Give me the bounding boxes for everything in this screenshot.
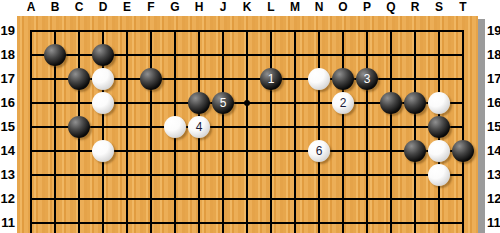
column-label-E: E bbox=[115, 0, 139, 16]
move-number-5: 5 bbox=[212, 92, 234, 114]
white-stone-S16 bbox=[428, 92, 450, 114]
row-label-left-14: 14 bbox=[0, 139, 15, 163]
black-stone-C17 bbox=[68, 68, 90, 90]
white-stone-S13 bbox=[428, 164, 450, 186]
point-R12[interactable] bbox=[403, 187, 427, 211]
point-G13[interactable] bbox=[163, 163, 187, 187]
point-C16[interactable] bbox=[67, 91, 91, 115]
row-label-left-12: 12 bbox=[0, 187, 15, 211]
column-label-S: S bbox=[427, 0, 451, 16]
column-labels: ABCDEFGHJKLMNOPQRST bbox=[19, 0, 475, 16]
black-stone-J16: 5 bbox=[212, 92, 234, 114]
black-stone-H16 bbox=[188, 92, 210, 114]
point-D12[interactable] bbox=[91, 187, 115, 211]
column-label-N: N bbox=[307, 0, 331, 16]
column-label-K: K bbox=[235, 0, 259, 16]
point-N19[interactable] bbox=[307, 19, 331, 43]
white-stone-S14 bbox=[428, 140, 450, 162]
point-Q12[interactable] bbox=[379, 187, 403, 211]
point-P12[interactable] bbox=[355, 187, 379, 211]
point-B15[interactable] bbox=[43, 115, 67, 139]
point-P17[interactable]: 3 bbox=[355, 67, 379, 91]
point-O18[interactable] bbox=[331, 43, 355, 67]
black-stone-R14 bbox=[404, 140, 426, 162]
point-G19[interactable] bbox=[163, 19, 187, 43]
point-C11[interactable] bbox=[67, 211, 91, 233]
point-N18[interactable] bbox=[307, 43, 331, 67]
point-T14[interactable] bbox=[451, 139, 475, 163]
point-E18[interactable] bbox=[115, 43, 139, 67]
point-R14[interactable] bbox=[403, 139, 427, 163]
point-C13[interactable] bbox=[67, 163, 91, 187]
point-P19[interactable] bbox=[355, 19, 379, 43]
point-C19[interactable] bbox=[67, 19, 91, 43]
point-O13[interactable] bbox=[331, 163, 355, 187]
point-Q15[interactable] bbox=[379, 115, 403, 139]
point-L17[interactable]: 1 bbox=[259, 67, 283, 91]
row-label-right-19: 19 bbox=[487, 19, 500, 43]
point-H17[interactable] bbox=[187, 67, 211, 91]
point-E13[interactable] bbox=[115, 163, 139, 187]
point-K18[interactable] bbox=[235, 43, 259, 67]
white-stone-H15: 4 bbox=[188, 116, 210, 138]
row-label-right-17: 17 bbox=[487, 67, 500, 91]
point-N14[interactable]: 6 bbox=[307, 139, 331, 163]
white-stone-N14: 6 bbox=[308, 140, 330, 162]
point-O17[interactable] bbox=[331, 67, 355, 91]
row-label-right-11: 11 bbox=[487, 211, 500, 233]
row-labels-left: 191817161514131211 bbox=[0, 19, 15, 233]
point-O12[interactable] bbox=[331, 187, 355, 211]
column-label-F: F bbox=[139, 0, 163, 16]
point-B11[interactable] bbox=[43, 211, 67, 233]
point-P15[interactable] bbox=[355, 115, 379, 139]
point-M11[interactable] bbox=[283, 211, 307, 233]
point-J11[interactable] bbox=[211, 211, 235, 233]
point-K16[interactable] bbox=[235, 91, 259, 115]
point-L13[interactable] bbox=[259, 163, 283, 187]
point-G11[interactable] bbox=[163, 211, 187, 233]
point-H14[interactable] bbox=[187, 139, 211, 163]
black-stone-B18 bbox=[44, 44, 66, 66]
row-label-left-18: 18 bbox=[0, 43, 15, 67]
point-F19[interactable] bbox=[139, 19, 163, 43]
point-F12[interactable] bbox=[139, 187, 163, 211]
star-point-K16 bbox=[244, 100, 250, 106]
point-J19[interactable] bbox=[211, 19, 235, 43]
column-label-J: J bbox=[211, 0, 235, 16]
point-L19[interactable] bbox=[259, 19, 283, 43]
row-label-left-16: 16 bbox=[0, 91, 15, 115]
point-G14[interactable] bbox=[163, 139, 187, 163]
point-C18[interactable] bbox=[67, 43, 91, 67]
point-Q19[interactable] bbox=[379, 19, 403, 43]
move-number-6: 6 bbox=[308, 140, 330, 162]
row-label-left-17: 17 bbox=[0, 67, 15, 91]
column-label-L: L bbox=[259, 0, 283, 16]
point-D19[interactable] bbox=[91, 19, 115, 43]
white-stone-G15 bbox=[164, 116, 186, 138]
point-M18[interactable] bbox=[283, 43, 307, 67]
point-D15[interactable] bbox=[91, 115, 115, 139]
column-label-T: T bbox=[451, 0, 475, 16]
point-A11[interactable] bbox=[19, 211, 43, 233]
row-label-right-18: 18 bbox=[487, 43, 500, 67]
point-N17[interactable] bbox=[307, 67, 331, 91]
point-G17[interactable] bbox=[163, 67, 187, 91]
point-S15[interactable] bbox=[427, 115, 451, 139]
point-G16[interactable] bbox=[163, 91, 187, 115]
point-N12[interactable] bbox=[307, 187, 331, 211]
point-R16[interactable] bbox=[403, 91, 427, 115]
point-E16[interactable] bbox=[115, 91, 139, 115]
point-S19[interactable] bbox=[427, 19, 451, 43]
point-Q11[interactable] bbox=[379, 211, 403, 233]
point-K14[interactable] bbox=[235, 139, 259, 163]
column-label-D: D bbox=[91, 0, 115, 16]
point-L15[interactable] bbox=[259, 115, 283, 139]
point-B12[interactable] bbox=[43, 187, 67, 211]
point-K11[interactable] bbox=[235, 211, 259, 233]
point-R11[interactable] bbox=[403, 211, 427, 233]
point-R15[interactable] bbox=[403, 115, 427, 139]
column-label-R: R bbox=[403, 0, 427, 16]
row-labels-right: 191817161514131211 bbox=[487, 19, 500, 233]
point-T11[interactable] bbox=[451, 211, 475, 233]
point-B19[interactable] bbox=[43, 19, 67, 43]
point-G18[interactable] bbox=[163, 43, 187, 67]
point-S13[interactable] bbox=[427, 163, 451, 187]
point-C15[interactable] bbox=[67, 115, 91, 139]
point-T12[interactable] bbox=[451, 187, 475, 211]
point-H15[interactable]: 4 bbox=[187, 115, 211, 139]
column-label-A: A bbox=[19, 0, 43, 16]
point-A13[interactable] bbox=[19, 163, 43, 187]
black-stone-Q16 bbox=[380, 92, 402, 114]
point-F14[interactable] bbox=[139, 139, 163, 163]
move-number-1: 1 bbox=[260, 68, 282, 90]
column-label-O: O bbox=[331, 0, 355, 16]
row-label-right-12: 12 bbox=[487, 187, 500, 211]
point-K19[interactable] bbox=[235, 19, 259, 43]
row-label-right-16: 16 bbox=[487, 91, 500, 115]
point-K13[interactable] bbox=[235, 163, 259, 187]
point-H11[interactable] bbox=[187, 211, 211, 233]
point-A19[interactable] bbox=[19, 19, 43, 43]
point-P13[interactable] bbox=[355, 163, 379, 187]
point-L14[interactable] bbox=[259, 139, 283, 163]
point-P16[interactable] bbox=[355, 91, 379, 115]
point-S12[interactable] bbox=[427, 187, 451, 211]
point-S16[interactable] bbox=[427, 91, 451, 115]
point-D17[interactable] bbox=[91, 67, 115, 91]
point-M15[interactable] bbox=[283, 115, 307, 139]
point-O16[interactable]: 2 bbox=[331, 91, 355, 115]
point-B18[interactable] bbox=[43, 43, 67, 67]
point-L12[interactable] bbox=[259, 187, 283, 211]
point-T18[interactable] bbox=[451, 43, 475, 67]
point-F13[interactable] bbox=[139, 163, 163, 187]
point-O14[interactable] bbox=[331, 139, 355, 163]
board-grid: 135246 bbox=[19, 19, 475, 233]
row-label-left-15: 15 bbox=[0, 115, 15, 139]
point-R13[interactable] bbox=[403, 163, 427, 187]
point-N16[interactable] bbox=[307, 91, 331, 115]
point-C12[interactable] bbox=[67, 187, 91, 211]
point-J12[interactable] bbox=[211, 187, 235, 211]
black-stone-F17 bbox=[140, 68, 162, 90]
point-A12[interactable] bbox=[19, 187, 43, 211]
column-label-H: H bbox=[187, 0, 211, 16]
column-label-B: B bbox=[43, 0, 67, 16]
point-B13[interactable] bbox=[43, 163, 67, 187]
point-A18[interactable] bbox=[19, 43, 43, 67]
point-P18[interactable] bbox=[355, 43, 379, 67]
black-stone-O17 bbox=[332, 68, 354, 90]
point-N13[interactable] bbox=[307, 163, 331, 187]
point-O19[interactable] bbox=[331, 19, 355, 43]
point-M16[interactable] bbox=[283, 91, 307, 115]
point-S18[interactable] bbox=[427, 43, 451, 67]
point-J14[interactable] bbox=[211, 139, 235, 163]
column-label-G: G bbox=[163, 0, 187, 16]
point-N15[interactable] bbox=[307, 115, 331, 139]
point-F15[interactable] bbox=[139, 115, 163, 139]
point-R19[interactable] bbox=[403, 19, 427, 43]
point-A14[interactable] bbox=[19, 139, 43, 163]
column-label-C: C bbox=[67, 0, 91, 16]
point-E14[interactable] bbox=[115, 139, 139, 163]
black-stone-C15 bbox=[68, 116, 90, 138]
point-F16[interactable] bbox=[139, 91, 163, 115]
point-T16[interactable] bbox=[451, 91, 475, 115]
point-H13[interactable] bbox=[187, 163, 211, 187]
point-E11[interactable] bbox=[115, 211, 139, 233]
point-A15[interactable] bbox=[19, 115, 43, 139]
point-F18[interactable] bbox=[139, 43, 163, 67]
point-B16[interactable] bbox=[43, 91, 67, 115]
point-S14[interactable] bbox=[427, 139, 451, 163]
point-Q14[interactable] bbox=[379, 139, 403, 163]
point-H18[interactable] bbox=[187, 43, 211, 67]
point-J15[interactable] bbox=[211, 115, 235, 139]
point-T17[interactable] bbox=[451, 67, 475, 91]
point-B14[interactable] bbox=[43, 139, 67, 163]
point-T19[interactable] bbox=[451, 19, 475, 43]
point-A16[interactable] bbox=[19, 91, 43, 115]
black-stone-P17: 3 bbox=[356, 68, 378, 90]
point-M19[interactable] bbox=[283, 19, 307, 43]
white-stone-D17 bbox=[92, 68, 114, 90]
white-stone-D16 bbox=[92, 92, 114, 114]
move-number-3: 3 bbox=[356, 68, 378, 90]
point-G12[interactable] bbox=[163, 187, 187, 211]
point-C17[interactable] bbox=[67, 67, 91, 91]
point-D13[interactable] bbox=[91, 163, 115, 187]
black-stone-L17: 1 bbox=[260, 68, 282, 90]
point-E15[interactable] bbox=[115, 115, 139, 139]
point-Q16[interactable] bbox=[379, 91, 403, 115]
row-label-left-19: 19 bbox=[0, 19, 15, 43]
black-stone-R16 bbox=[404, 92, 426, 114]
point-P11[interactable] bbox=[355, 211, 379, 233]
point-Q17[interactable] bbox=[379, 67, 403, 91]
point-A17[interactable] bbox=[19, 67, 43, 91]
column-label-P: P bbox=[355, 0, 379, 16]
point-L16[interactable] bbox=[259, 91, 283, 115]
white-stone-O16: 2 bbox=[332, 92, 354, 114]
point-K15[interactable] bbox=[235, 115, 259, 139]
row-label-right-14: 14 bbox=[487, 139, 500, 163]
black-stone-T14 bbox=[452, 140, 474, 162]
point-D16[interactable] bbox=[91, 91, 115, 115]
point-J18[interactable] bbox=[211, 43, 235, 67]
point-L18[interactable] bbox=[259, 43, 283, 67]
black-stone-D18 bbox=[92, 44, 114, 66]
point-H16[interactable] bbox=[187, 91, 211, 115]
point-J13[interactable] bbox=[211, 163, 235, 187]
point-S11[interactable] bbox=[427, 211, 451, 233]
point-L11[interactable] bbox=[259, 211, 283, 233]
point-R18[interactable] bbox=[403, 43, 427, 67]
point-D18[interactable] bbox=[91, 43, 115, 67]
point-G15[interactable] bbox=[163, 115, 187, 139]
point-B17[interactable] bbox=[43, 67, 67, 91]
point-F11[interactable] bbox=[139, 211, 163, 233]
point-M13[interactable] bbox=[283, 163, 307, 187]
black-stone-S15 bbox=[428, 116, 450, 138]
point-F17[interactable] bbox=[139, 67, 163, 91]
point-R17[interactable] bbox=[403, 67, 427, 91]
point-D11[interactable] bbox=[91, 211, 115, 233]
column-label-Q: Q bbox=[379, 0, 403, 16]
point-N11[interactable] bbox=[307, 211, 331, 233]
point-J17[interactable] bbox=[211, 67, 235, 91]
point-C14[interactable] bbox=[67, 139, 91, 163]
point-K12[interactable] bbox=[235, 187, 259, 211]
point-P14[interactable] bbox=[355, 139, 379, 163]
point-O11[interactable] bbox=[331, 211, 355, 233]
point-H19[interactable] bbox=[187, 19, 211, 43]
column-label-M: M bbox=[283, 0, 307, 16]
row-label-left-11: 11 bbox=[0, 211, 15, 233]
point-K17[interactable] bbox=[235, 67, 259, 91]
row-label-right-13: 13 bbox=[487, 163, 500, 187]
point-T13[interactable] bbox=[451, 163, 475, 187]
point-Q13[interactable] bbox=[379, 163, 403, 187]
move-number-2: 2 bbox=[332, 92, 354, 114]
point-E17[interactable] bbox=[115, 67, 139, 91]
point-O15[interactable] bbox=[331, 115, 355, 139]
point-M17[interactable] bbox=[283, 67, 307, 91]
point-M12[interactable] bbox=[283, 187, 307, 211]
row-label-right-15: 15 bbox=[487, 115, 500, 139]
point-T15[interactable] bbox=[451, 115, 475, 139]
white-stone-D14 bbox=[92, 140, 114, 162]
point-E19[interactable] bbox=[115, 19, 139, 43]
point-S17[interactable] bbox=[427, 67, 451, 91]
point-J16[interactable]: 5 bbox=[211, 91, 235, 115]
row-label-left-13: 13 bbox=[0, 163, 15, 187]
point-Q18[interactable] bbox=[379, 43, 403, 67]
move-number-4: 4 bbox=[188, 116, 210, 138]
point-D14[interactable] bbox=[91, 139, 115, 163]
point-H12[interactable] bbox=[187, 187, 211, 211]
point-M14[interactable] bbox=[283, 139, 307, 163]
white-stone-N17 bbox=[308, 68, 330, 90]
go-board-viewer: ABCDEFGHJKLMNOPQRST 191817161514131211 1… bbox=[0, 0, 500, 233]
point-E12[interactable] bbox=[115, 187, 139, 211]
board-edge-shadow bbox=[478, 19, 485, 233]
